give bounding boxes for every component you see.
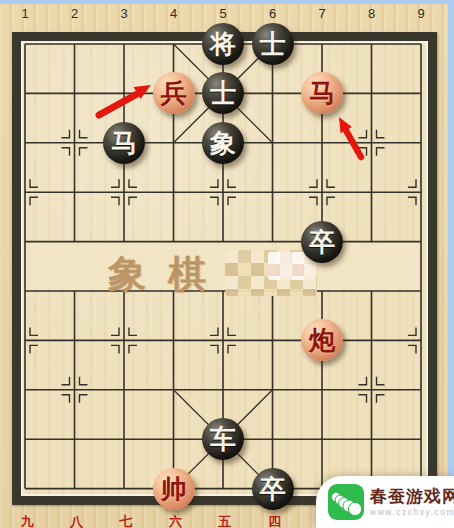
coord-bottom-九: 九 [16, 513, 38, 528]
site-watermark-badge: 春蚕游戏网 www.czchxy.com [316, 476, 454, 528]
piece-char: 帅 [161, 474, 187, 504]
coord-bottom-八: 八 [66, 513, 88, 528]
piece-char: 士 [260, 29, 286, 59]
coord-top-8: 8 [361, 6, 383, 22]
piece-char: 士 [210, 78, 236, 108]
window-edge-right [448, 0, 454, 528]
xiangqi-app-screen: 123456789 九八七六五四 象棋 将士兵士马马象卒炮车帅卒 [0, 0, 454, 528]
piece-black-chariot[interactable]: 车 [202, 418, 244, 460]
piece-char: 马 [309, 78, 335, 108]
piece-char: 炮 [309, 325, 335, 355]
piece-black-elephant[interactable]: 象 [202, 122, 244, 164]
piece-char: 兵 [161, 78, 187, 108]
coord-top-7: 7 [311, 6, 333, 22]
piece-char: 象 [210, 128, 236, 158]
coord-bottom-五: 五 [214, 513, 236, 528]
coord-top-9: 9 [410, 6, 432, 22]
piece-black-soldier[interactable]: 卒 [252, 468, 294, 510]
piece-black-horse[interactable]: 马 [103, 122, 145, 164]
silkworm-logo-icon [328, 484, 364, 520]
coord-bottom-六: 六 [165, 513, 187, 528]
site-name: 春蚕游戏网 [370, 488, 454, 505]
site-url: www.czchxy.com [370, 508, 454, 517]
piece-char: 车 [210, 424, 236, 454]
piece-black-advisor[interactable]: 士 [252, 23, 294, 65]
piece-red-general[interactable]: 帅 [153, 468, 195, 510]
piece-black-general[interactable]: 将 [202, 23, 244, 65]
coord-top-1: 1 [14, 6, 36, 22]
piece-char: 卒 [260, 474, 286, 504]
coord-bottom-四: 四 [264, 513, 286, 528]
river-watermark-text: 象棋 [108, 249, 228, 300]
coord-top-6: 6 [262, 6, 284, 22]
coord-bottom-七: 七 [115, 513, 137, 528]
window-edge-top [0, 0, 454, 4]
coord-top-5: 5 [212, 6, 234, 22]
piece-char: 卒 [309, 227, 335, 257]
coord-top-3: 3 [113, 6, 135, 22]
coord-top-2: 2 [64, 6, 86, 22]
piece-red-soldier[interactable]: 兵 [153, 72, 195, 114]
piece-char: 将 [210, 29, 236, 59]
piece-char: 马 [111, 128, 137, 158]
piece-black-soldier[interactable]: 卒 [301, 221, 343, 263]
coord-top-4: 4 [163, 6, 185, 22]
